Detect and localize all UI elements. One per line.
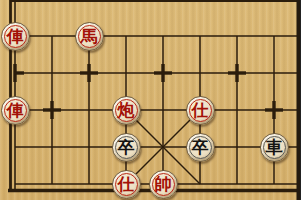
point-marker [43,108,61,111]
piece-black-soldier[interactable]: 卒 [186,133,215,162]
piece-red-advisor[interactable]: 仕 [112,170,141,199]
board-grid [0,0,300,200]
point-marker [14,71,24,74]
piece-character: 仕 [118,175,135,192]
piece-character: 俥 [7,27,24,44]
piece-red-advisor[interactable]: 仕 [186,96,215,125]
piece-character: 炮 [118,101,135,118]
screen-edge [297,0,301,200]
point-marker [228,71,246,74]
piece-character: 車 [266,138,283,155]
piece-black-soldier[interactable]: 卒 [112,133,141,162]
point-marker [80,71,98,74]
piece-red-general[interactable]: 帥 [149,170,178,199]
piece-character: 俥 [7,101,24,118]
piece-red-chariot[interactable]: 俥 [1,22,30,51]
piece-red-cannon[interactable]: 炮 [112,96,141,125]
piece-character: 帥 [155,175,172,192]
piece-character: 卒 [192,138,209,155]
piece-character: 馬 [81,27,98,44]
point-marker [265,108,283,111]
piece-black-chariot[interactable]: 車 [260,133,289,162]
xiangqi-board: 俥馬俥炮仕卒卒車仕帥 [0,0,300,200]
point-marker [154,71,172,74]
piece-character: 仕 [192,101,209,118]
piece-red-chariot[interactable]: 俥 [1,96,30,125]
piece-character: 卒 [118,138,135,155]
piece-red-horse[interactable]: 馬 [75,22,104,51]
